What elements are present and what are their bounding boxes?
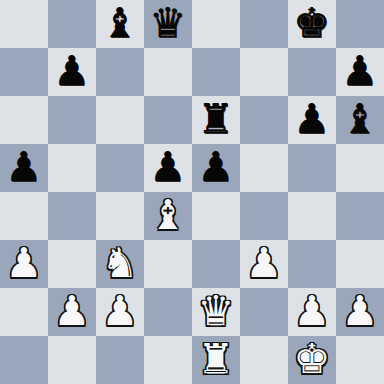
piece-black-pawn: ♟ <box>294 95 331 143</box>
piece-black-pawn: ♟ <box>54 47 91 95</box>
piece-white-knight: ♞ <box>102 239 139 287</box>
square-e8[interactable] <box>192 0 240 48</box>
square-a1[interactable] <box>0 336 48 384</box>
square-a5[interactable]: ♟ <box>0 144 48 192</box>
square-h5[interactable] <box>336 144 384 192</box>
piece-white-pawn: ♟ <box>246 239 283 287</box>
piece-black-queen: ♛ <box>150 0 187 47</box>
square-d2[interactable] <box>144 288 192 336</box>
piece-black-king: ♚ <box>294 0 331 47</box>
square-f4[interactable] <box>240 192 288 240</box>
square-g5[interactable] <box>288 144 336 192</box>
square-d6[interactable] <box>144 96 192 144</box>
piece-white-bishop: ♝ <box>150 191 187 239</box>
piece-white-king: ♚ <box>294 335 331 383</box>
piece-black-pawn: ♟ <box>150 143 187 191</box>
square-d4[interactable]: ♝ <box>144 192 192 240</box>
square-c2[interactable]: ♟ <box>96 288 144 336</box>
square-e1[interactable]: ♜ <box>192 336 240 384</box>
square-f8[interactable] <box>240 0 288 48</box>
square-d1[interactable] <box>144 336 192 384</box>
chess-board: ♝♛♚♟♟♜♟♝♟♟♟♝♟♞♟♟♟♛♟♟♜♚ <box>0 0 384 384</box>
square-f7[interactable] <box>240 48 288 96</box>
piece-black-pawn: ♟ <box>342 47 379 95</box>
square-g2[interactable]: ♟ <box>288 288 336 336</box>
square-d7[interactable] <box>144 48 192 96</box>
square-a6[interactable] <box>0 96 48 144</box>
square-c5[interactable] <box>96 144 144 192</box>
square-e5[interactable]: ♟ <box>192 144 240 192</box>
square-h3[interactable] <box>336 240 384 288</box>
square-f1[interactable] <box>240 336 288 384</box>
square-b5[interactable] <box>48 144 96 192</box>
square-d3[interactable] <box>144 240 192 288</box>
square-f3[interactable]: ♟ <box>240 240 288 288</box>
square-a7[interactable] <box>0 48 48 96</box>
square-g4[interactable] <box>288 192 336 240</box>
square-h2[interactable]: ♟ <box>336 288 384 336</box>
piece-black-bishop: ♝ <box>342 95 379 143</box>
square-e4[interactable] <box>192 192 240 240</box>
piece-black-bishop: ♝ <box>102 0 139 47</box>
square-g7[interactable] <box>288 48 336 96</box>
square-b7[interactable]: ♟ <box>48 48 96 96</box>
square-c8[interactable]: ♝ <box>96 0 144 48</box>
square-b8[interactable] <box>48 0 96 48</box>
square-d5[interactable]: ♟ <box>144 144 192 192</box>
square-f2[interactable] <box>240 288 288 336</box>
square-c6[interactable] <box>96 96 144 144</box>
piece-black-rook: ♜ <box>198 95 235 143</box>
square-c3[interactable]: ♞ <box>96 240 144 288</box>
square-a2[interactable] <box>0 288 48 336</box>
square-b4[interactable] <box>48 192 96 240</box>
square-a8[interactable] <box>0 0 48 48</box>
square-g1[interactable]: ♚ <box>288 336 336 384</box>
square-f6[interactable] <box>240 96 288 144</box>
piece-white-pawn: ♟ <box>102 287 139 335</box>
piece-white-pawn: ♟ <box>342 287 379 335</box>
square-c1[interactable] <box>96 336 144 384</box>
square-g3[interactable] <box>288 240 336 288</box>
square-h6[interactable]: ♝ <box>336 96 384 144</box>
piece-white-queen: ♛ <box>198 287 235 335</box>
square-d8[interactable]: ♛ <box>144 0 192 48</box>
square-f5[interactable] <box>240 144 288 192</box>
square-h7[interactable]: ♟ <box>336 48 384 96</box>
square-h8[interactable] <box>336 0 384 48</box>
square-e7[interactable] <box>192 48 240 96</box>
square-a3[interactable]: ♟ <box>0 240 48 288</box>
square-b1[interactable] <box>48 336 96 384</box>
square-a4[interactable] <box>0 192 48 240</box>
square-h4[interactable] <box>336 192 384 240</box>
piece-black-pawn: ♟ <box>6 143 43 191</box>
piece-white-pawn: ♟ <box>6 239 43 287</box>
piece-black-pawn: ♟ <box>198 143 235 191</box>
piece-white-pawn: ♟ <box>294 287 331 335</box>
piece-white-rook: ♜ <box>198 335 235 383</box>
piece-white-pawn: ♟ <box>54 287 91 335</box>
square-e2[interactable]: ♛ <box>192 288 240 336</box>
board-container: ♝♛♚♟♟♜♟♝♟♟♟♝♟♞♟♟♟♛♟♟♜♚ <box>0 0 384 384</box>
square-c4[interactable] <box>96 192 144 240</box>
square-e6[interactable]: ♜ <box>192 96 240 144</box>
square-b3[interactable] <box>48 240 96 288</box>
square-c7[interactable] <box>96 48 144 96</box>
square-b2[interactable]: ♟ <box>48 288 96 336</box>
square-g8[interactable]: ♚ <box>288 0 336 48</box>
square-g6[interactable]: ♟ <box>288 96 336 144</box>
square-h1[interactable] <box>336 336 384 384</box>
square-b6[interactable] <box>48 96 96 144</box>
square-e3[interactable] <box>192 240 240 288</box>
